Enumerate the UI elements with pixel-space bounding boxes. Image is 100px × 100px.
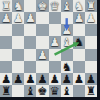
piece-black-king[interactable]: ♚ (37, 84, 47, 96)
square-h5[interactable] (0, 49, 12, 61)
square-g4[interactable] (12, 36, 24, 48)
square-b4[interactable]: ♞ (73, 36, 85, 48)
square-f8[interactable]: ♝ (24, 85, 36, 97)
square-b7[interactable]: ♟ (73, 73, 85, 85)
piece-white-bishop[interactable]: ♝ (62, 36, 72, 48)
piece-black-knight[interactable]: ♞ (74, 36, 84, 48)
chess-board: ♜♞♚♛♝♞♜♟♟♟♟♟♟♟♝♞♟♞♟♟♟♟♟♟♟♟♜♝♚♛♝♜ (0, 0, 97, 97)
square-c8[interactable]: ♝ (61, 85, 73, 97)
piece-black-rook[interactable]: ♜ (1, 84, 11, 96)
piece-white-pawn[interactable]: ♟ (25, 12, 35, 24)
square-e8[interactable]: ♚ (36, 85, 48, 97)
square-e3[interactable] (36, 24, 48, 36)
piece-black-bishop[interactable]: ♝ (25, 84, 35, 96)
square-a4[interactable] (85, 36, 97, 48)
square-f5[interactable] (24, 49, 36, 61)
square-d4[interactable]: ♟ (49, 36, 61, 48)
square-g7[interactable]: ♟ (12, 73, 24, 85)
piece-black-bishop[interactable]: ♝ (62, 84, 72, 96)
square-e5[interactable]: ♟ (36, 49, 48, 61)
piece-black-pawn[interactable]: ♟ (74, 72, 84, 84)
piece-white-queen[interactable]: ♛ (49, 0, 59, 12)
piece-white-pawn[interactable]: ♟ (49, 36, 59, 48)
piece-white-king[interactable]: ♚ (37, 0, 47, 12)
square-g3[interactable] (12, 24, 24, 36)
piece-white-pawn[interactable]: ♟ (37, 48, 47, 60)
square-a5[interactable] (85, 49, 97, 61)
square-b2[interactable]: ♟ (73, 12, 85, 24)
square-c1[interactable]: ♝ (61, 0, 73, 12)
square-f2[interactable]: ♟ (24, 12, 36, 24)
piece-black-queen[interactable]: ♛ (49, 84, 59, 96)
piece-white-pawn[interactable]: ♟ (86, 12, 96, 24)
square-g2[interactable]: ♟ (12, 12, 24, 24)
square-d1[interactable]: ♛ (49, 0, 61, 12)
square-h4[interactable] (0, 36, 12, 48)
piece-white-pawn[interactable]: ♟ (1, 12, 11, 24)
piece-white-pawn[interactable]: ♟ (74, 12, 84, 24)
square-c4[interactable]: ♝ (61, 36, 73, 48)
square-d8[interactable]: ♛ (49, 85, 61, 97)
square-b5[interactable] (73, 49, 85, 61)
square-f4[interactable] (24, 36, 36, 48)
square-a8[interactable]: ♜ (85, 85, 97, 97)
square-b8[interactable] (73, 85, 85, 97)
square-f3[interactable] (24, 24, 36, 36)
square-h3[interactable] (0, 24, 12, 36)
square-a3[interactable] (85, 24, 97, 36)
square-h2[interactable]: ♟ (0, 12, 12, 24)
piece-black-rook[interactable]: ♜ (86, 84, 96, 96)
square-h8[interactable]: ♜ (0, 85, 12, 97)
square-g8[interactable] (12, 85, 24, 97)
piece-black-pawn[interactable]: ♟ (13, 72, 23, 84)
square-e1[interactable]: ♚ (36, 0, 48, 12)
square-a2[interactable]: ♟ (85, 12, 97, 24)
square-e2[interactable] (36, 12, 48, 24)
square-d2[interactable] (49, 12, 61, 24)
square-g5[interactable] (12, 49, 24, 61)
piece-white-pawn[interactable]: ♟ (13, 12, 23, 24)
square-d5[interactable] (49, 49, 61, 61)
piece-white-bishop[interactable]: ♝ (62, 0, 72, 12)
